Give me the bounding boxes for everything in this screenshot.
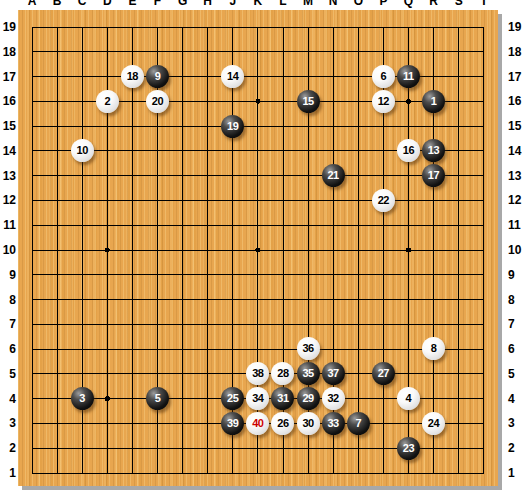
- intersection-T12[interactable]: [471, 188, 496, 213]
- intersection-C5[interactable]: [70, 361, 95, 386]
- intersection-T5[interactable]: [471, 361, 496, 386]
- intersection-T9[interactable]: [471, 262, 496, 287]
- intersection-L8[interactable]: [270, 287, 295, 312]
- intersection-N18[interactable]: [321, 39, 346, 64]
- intersection-F19[interactable]: [145, 15, 170, 40]
- intersection-K8[interactable]: [245, 287, 270, 312]
- intersection-O15[interactable]: [346, 114, 371, 139]
- intersection-Q7[interactable]: [396, 312, 421, 337]
- intersection-E14[interactable]: [120, 138, 145, 163]
- intersection-H17[interactable]: [195, 64, 220, 89]
- intersection-K3[interactable]: 40: [245, 411, 270, 436]
- intersection-B4[interactable]: [45, 386, 70, 411]
- intersection-B8[interactable]: [45, 287, 70, 312]
- intersection-A6[interactable]: [19, 337, 44, 362]
- intersection-G2[interactable]: [170, 436, 195, 461]
- intersection-N3[interactable]: 33: [321, 411, 346, 436]
- intersection-N10[interactable]: [321, 238, 346, 263]
- intersection-G5[interactable]: [170, 361, 195, 386]
- intersection-S6[interactable]: [446, 337, 471, 362]
- intersection-S1[interactable]: [446, 460, 471, 485]
- intersection-Q4[interactable]: 4: [396, 386, 421, 411]
- intersection-E16[interactable]: [120, 89, 145, 114]
- intersection-A7[interactable]: [19, 312, 44, 337]
- intersection-N8[interactable]: [321, 287, 346, 312]
- intersection-H9[interactable]: [195, 262, 220, 287]
- intersection-P6[interactable]: [371, 337, 396, 362]
- intersection-J5[interactable]: [220, 361, 245, 386]
- intersection-D6[interactable]: [95, 337, 120, 362]
- intersection-F10[interactable]: [145, 238, 170, 263]
- intersection-F6[interactable]: [145, 337, 170, 362]
- intersection-A10[interactable]: [19, 238, 44, 263]
- intersection-H6[interactable]: [195, 337, 220, 362]
- intersection-H15[interactable]: [195, 114, 220, 139]
- intersection-G15[interactable]: [170, 114, 195, 139]
- intersection-R1[interactable]: [421, 460, 446, 485]
- intersection-A14[interactable]: [19, 138, 44, 163]
- intersection-S4[interactable]: [446, 386, 471, 411]
- intersection-O16[interactable]: [346, 89, 371, 114]
- intersection-D18[interactable]: [95, 39, 120, 64]
- intersection-G11[interactable]: [170, 213, 195, 238]
- intersection-D10[interactable]: [95, 238, 120, 263]
- intersection-K18[interactable]: [245, 39, 270, 64]
- intersection-K16[interactable]: [245, 89, 270, 114]
- intersection-D14[interactable]: [95, 138, 120, 163]
- intersection-B1[interactable]: [45, 460, 70, 485]
- intersection-D4[interactable]: [95, 386, 120, 411]
- intersection-Q16[interactable]: [396, 89, 421, 114]
- intersection-T19[interactable]: [471, 15, 496, 40]
- intersection-Q19[interactable]: [396, 15, 421, 40]
- intersection-A12[interactable]: [19, 188, 44, 213]
- intersection-F8[interactable]: [145, 287, 170, 312]
- intersection-C18[interactable]: [70, 39, 95, 64]
- intersection-C1[interactable]: [70, 460, 95, 485]
- intersection-H18[interactable]: [195, 39, 220, 64]
- intersection-G10[interactable]: [170, 238, 195, 263]
- intersection-A11[interactable]: [19, 213, 44, 238]
- intersection-S17[interactable]: [446, 64, 471, 89]
- intersection-K14[interactable]: [245, 138, 270, 163]
- intersection-E19[interactable]: [120, 15, 145, 40]
- intersection-B7[interactable]: [45, 312, 70, 337]
- intersection-M18[interactable]: [295, 39, 320, 64]
- intersection-P1[interactable]: [371, 460, 396, 485]
- intersection-L5[interactable]: 28: [270, 361, 295, 386]
- intersection-H12[interactable]: [195, 188, 220, 213]
- intersection-C8[interactable]: [70, 287, 95, 312]
- intersection-P5[interactable]: 27: [371, 361, 396, 386]
- intersection-Q2[interactable]: 23: [396, 436, 421, 461]
- intersection-R3[interactable]: 24: [421, 411, 446, 436]
- intersection-L10[interactable]: [270, 238, 295, 263]
- intersection-P16[interactable]: 12: [371, 89, 396, 114]
- intersection-M11[interactable]: [295, 213, 320, 238]
- intersection-A3[interactable]: [19, 411, 44, 436]
- intersection-S2[interactable]: [446, 436, 471, 461]
- intersection-L17[interactable]: [270, 64, 295, 89]
- intersection-M1[interactable]: [295, 460, 320, 485]
- intersection-B9[interactable]: [45, 262, 70, 287]
- intersection-P19[interactable]: [371, 15, 396, 40]
- intersection-H5[interactable]: [195, 361, 220, 386]
- intersection-J18[interactable]: [220, 39, 245, 64]
- intersection-T10[interactable]: [471, 238, 496, 263]
- intersection-E4[interactable]: [120, 386, 145, 411]
- intersection-A5[interactable]: [19, 361, 44, 386]
- intersection-N7[interactable]: [321, 312, 346, 337]
- intersection-O19[interactable]: [346, 15, 371, 40]
- intersection-M15[interactable]: [295, 114, 320, 139]
- intersection-S18[interactable]: [446, 39, 471, 64]
- intersection-J15[interactable]: 19: [220, 114, 245, 139]
- intersection-Q5[interactable]: [396, 361, 421, 386]
- intersection-B2[interactable]: [45, 436, 70, 461]
- intersection-T13[interactable]: [471, 163, 496, 188]
- intersection-T11[interactable]: [471, 213, 496, 238]
- intersection-G16[interactable]: [170, 89, 195, 114]
- intersection-P12[interactable]: 22: [371, 188, 396, 213]
- intersection-H4[interactable]: [195, 386, 220, 411]
- intersection-K15[interactable]: [245, 114, 270, 139]
- intersection-J12[interactable]: [220, 188, 245, 213]
- intersection-N9[interactable]: [321, 262, 346, 287]
- intersection-G3[interactable]: [170, 411, 195, 436]
- intersection-G4[interactable]: [170, 386, 195, 411]
- intersection-A18[interactable]: [19, 39, 44, 64]
- intersection-R7[interactable]: [421, 312, 446, 337]
- intersection-M10[interactable]: [295, 238, 320, 263]
- intersection-J13[interactable]: [220, 163, 245, 188]
- intersection-N16[interactable]: [321, 89, 346, 114]
- intersection-O3[interactable]: 7: [346, 411, 371, 436]
- intersection-H2[interactable]: [195, 436, 220, 461]
- intersection-O8[interactable]: [346, 287, 371, 312]
- intersection-K13[interactable]: [245, 163, 270, 188]
- intersection-A17[interactable]: [19, 64, 44, 89]
- intersection-T16[interactable]: [471, 89, 496, 114]
- intersection-Q3[interactable]: [396, 411, 421, 436]
- intersection-Q12[interactable]: [396, 188, 421, 213]
- intersection-R17[interactable]: [421, 64, 446, 89]
- intersection-B14[interactable]: [45, 138, 70, 163]
- intersection-H14[interactable]: [195, 138, 220, 163]
- intersection-B17[interactable]: [45, 64, 70, 89]
- intersection-L6[interactable]: [270, 337, 295, 362]
- intersection-T17[interactable]: [471, 64, 496, 89]
- intersection-H3[interactable]: [195, 411, 220, 436]
- intersection-L3[interactable]: 26: [270, 411, 295, 436]
- intersection-R13[interactable]: 17: [421, 163, 446, 188]
- intersection-C10[interactable]: [70, 238, 95, 263]
- intersection-B6[interactable]: [45, 337, 70, 362]
- intersection-R6[interactable]: 8: [421, 337, 446, 362]
- intersection-M19[interactable]: [295, 15, 320, 40]
- intersection-B11[interactable]: [45, 213, 70, 238]
- intersection-T6[interactable]: [471, 337, 496, 362]
- intersection-C13[interactable]: [70, 163, 95, 188]
- intersection-O17[interactable]: [346, 64, 371, 89]
- intersection-D9[interactable]: [95, 262, 120, 287]
- intersection-M8[interactable]: [295, 287, 320, 312]
- intersection-Q15[interactable]: [396, 114, 421, 139]
- intersection-E12[interactable]: [120, 188, 145, 213]
- intersection-N15[interactable]: [321, 114, 346, 139]
- intersection-C17[interactable]: [70, 64, 95, 89]
- intersection-M2[interactable]: [295, 436, 320, 461]
- intersection-D19[interactable]: [95, 15, 120, 40]
- intersection-S8[interactable]: [446, 287, 471, 312]
- intersection-D13[interactable]: [95, 163, 120, 188]
- intersection-M14[interactable]: [295, 138, 320, 163]
- intersection-H1[interactable]: [195, 460, 220, 485]
- intersection-P2[interactable]: [371, 436, 396, 461]
- intersection-O9[interactable]: [346, 262, 371, 287]
- intersection-L14[interactable]: [270, 138, 295, 163]
- intersection-K17[interactable]: [245, 64, 270, 89]
- intersection-J19[interactable]: [220, 15, 245, 40]
- intersection-R9[interactable]: [421, 262, 446, 287]
- intersection-K10[interactable]: [245, 238, 270, 263]
- intersection-N13[interactable]: 21: [321, 163, 346, 188]
- intersection-B13[interactable]: [45, 163, 70, 188]
- intersection-J1[interactable]: [220, 460, 245, 485]
- intersection-P10[interactable]: [371, 238, 396, 263]
- intersection-R4[interactable]: [421, 386, 446, 411]
- intersection-E1[interactable]: [120, 460, 145, 485]
- intersection-E17[interactable]: 18: [120, 64, 145, 89]
- intersection-S10[interactable]: [446, 238, 471, 263]
- intersection-C2[interactable]: [70, 436, 95, 461]
- intersection-O10[interactable]: [346, 238, 371, 263]
- intersection-R19[interactable]: [421, 15, 446, 40]
- intersection-F16[interactable]: 20: [145, 89, 170, 114]
- intersection-S5[interactable]: [446, 361, 471, 386]
- intersection-J11[interactable]: [220, 213, 245, 238]
- intersection-G12[interactable]: [170, 188, 195, 213]
- intersection-F11[interactable]: [145, 213, 170, 238]
- intersection-C4[interactable]: 3: [70, 386, 95, 411]
- intersection-T18[interactable]: [471, 39, 496, 64]
- intersection-C9[interactable]: [70, 262, 95, 287]
- intersection-R16[interactable]: 1: [421, 89, 446, 114]
- intersection-F1[interactable]: [145, 460, 170, 485]
- intersection-K11[interactable]: [245, 213, 270, 238]
- intersection-D5[interactable]: [95, 361, 120, 386]
- intersection-T3[interactable]: [471, 411, 496, 436]
- intersection-D7[interactable]: [95, 312, 120, 337]
- intersection-L2[interactable]: [270, 436, 295, 461]
- intersection-Q13[interactable]: [396, 163, 421, 188]
- intersection-A1[interactable]: [19, 460, 44, 485]
- intersection-D11[interactable]: [95, 213, 120, 238]
- intersection-L4[interactable]: 31: [270, 386, 295, 411]
- intersection-J16[interactable]: [220, 89, 245, 114]
- intersection-S13[interactable]: [446, 163, 471, 188]
- intersection-F15[interactable]: [145, 114, 170, 139]
- intersection-M3[interactable]: 30: [295, 411, 320, 436]
- intersection-R10[interactable]: [421, 238, 446, 263]
- intersection-O5[interactable]: [346, 361, 371, 386]
- intersection-R15[interactable]: [421, 114, 446, 139]
- intersection-N1[interactable]: [321, 460, 346, 485]
- intersection-G19[interactable]: [170, 15, 195, 40]
- intersection-Q10[interactable]: [396, 238, 421, 263]
- intersection-E10[interactable]: [120, 238, 145, 263]
- intersection-S11[interactable]: [446, 213, 471, 238]
- intersection-P18[interactable]: [371, 39, 396, 64]
- intersection-B16[interactable]: [45, 89, 70, 114]
- intersection-D17[interactable]: [95, 64, 120, 89]
- intersection-C19[interactable]: [70, 15, 95, 40]
- intersection-Q9[interactable]: [396, 262, 421, 287]
- intersection-D2[interactable]: [95, 436, 120, 461]
- intersection-P13[interactable]: [371, 163, 396, 188]
- intersection-H7[interactable]: [195, 312, 220, 337]
- intersection-E11[interactable]: [120, 213, 145, 238]
- intersection-E5[interactable]: [120, 361, 145, 386]
- intersection-C14[interactable]: 10: [70, 138, 95, 163]
- intersection-L18[interactable]: [270, 39, 295, 64]
- intersection-N2[interactable]: [321, 436, 346, 461]
- intersection-L9[interactable]: [270, 262, 295, 287]
- intersection-P4[interactable]: [371, 386, 396, 411]
- intersection-B19[interactable]: [45, 15, 70, 40]
- intersection-S3[interactable]: [446, 411, 471, 436]
- intersection-P17[interactable]: 6: [371, 64, 396, 89]
- intersection-M5[interactable]: 35: [295, 361, 320, 386]
- intersection-L12[interactable]: [270, 188, 295, 213]
- intersection-D3[interactable]: [95, 411, 120, 436]
- intersection-O1[interactable]: [346, 460, 371, 485]
- intersection-L16[interactable]: [270, 89, 295, 114]
- intersection-A4[interactable]: [19, 386, 44, 411]
- intersection-R5[interactable]: [421, 361, 446, 386]
- intersection-J6[interactable]: [220, 337, 245, 362]
- intersection-M9[interactable]: [295, 262, 320, 287]
- intersection-K12[interactable]: [245, 188, 270, 213]
- intersection-D8[interactable]: [95, 287, 120, 312]
- intersection-E15[interactable]: [120, 114, 145, 139]
- intersection-A2[interactable]: [19, 436, 44, 461]
- intersection-N5[interactable]: 37: [321, 361, 346, 386]
- intersection-O6[interactable]: [346, 337, 371, 362]
- intersection-G1[interactable]: [170, 460, 195, 485]
- intersection-L13[interactable]: [270, 163, 295, 188]
- intersection-N11[interactable]: [321, 213, 346, 238]
- intersection-F13[interactable]: [145, 163, 170, 188]
- intersection-D16[interactable]: 2: [95, 89, 120, 114]
- intersection-Q8[interactable]: [396, 287, 421, 312]
- intersection-M17[interactable]: [295, 64, 320, 89]
- intersection-Q6[interactable]: [396, 337, 421, 362]
- intersection-H13[interactable]: [195, 163, 220, 188]
- intersection-S15[interactable]: [446, 114, 471, 139]
- intersection-R2[interactable]: [421, 436, 446, 461]
- intersection-E9[interactable]: [120, 262, 145, 287]
- intersection-K2[interactable]: [245, 436, 270, 461]
- intersection-P3[interactable]: [371, 411, 396, 436]
- intersection-H10[interactable]: [195, 238, 220, 263]
- intersection-K7[interactable]: [245, 312, 270, 337]
- intersection-G13[interactable]: [170, 163, 195, 188]
- intersection-F9[interactable]: [145, 262, 170, 287]
- intersection-H19[interactable]: [195, 15, 220, 40]
- intersection-R18[interactable]: [421, 39, 446, 64]
- intersection-S14[interactable]: [446, 138, 471, 163]
- intersection-E3[interactable]: [120, 411, 145, 436]
- intersection-J9[interactable]: [220, 262, 245, 287]
- intersection-O7[interactable]: [346, 312, 371, 337]
- intersection-P11[interactable]: [371, 213, 396, 238]
- intersection-S19[interactable]: [446, 15, 471, 40]
- intersection-B5[interactable]: [45, 361, 70, 386]
- intersection-T2[interactable]: [471, 436, 496, 461]
- intersection-T15[interactable]: [471, 114, 496, 139]
- intersection-J2[interactable]: [220, 436, 245, 461]
- intersection-J3[interactable]: 39: [220, 411, 245, 436]
- intersection-O4[interactable]: [346, 386, 371, 411]
- intersection-F4[interactable]: 5: [145, 386, 170, 411]
- intersection-E18[interactable]: [120, 39, 145, 64]
- intersection-O11[interactable]: [346, 213, 371, 238]
- intersection-A19[interactable]: [19, 15, 44, 40]
- intersection-K4[interactable]: 34: [245, 386, 270, 411]
- intersection-C11[interactable]: [70, 213, 95, 238]
- intersection-E13[interactable]: [120, 163, 145, 188]
- intersection-N19[interactable]: [321, 15, 346, 40]
- intersection-S7[interactable]: [446, 312, 471, 337]
- intersection-M13[interactable]: [295, 163, 320, 188]
- intersection-G8[interactable]: [170, 287, 195, 312]
- intersection-J7[interactable]: [220, 312, 245, 337]
- intersection-M12[interactable]: [295, 188, 320, 213]
- intersection-S16[interactable]: [446, 89, 471, 114]
- intersection-A13[interactable]: [19, 163, 44, 188]
- intersection-K1[interactable]: [245, 460, 270, 485]
- intersection-R11[interactable]: [421, 213, 446, 238]
- intersection-G17[interactable]: [170, 64, 195, 89]
- intersection-Q17[interactable]: 11: [396, 64, 421, 89]
- intersection-L7[interactable]: [270, 312, 295, 337]
- intersection-Q1[interactable]: [396, 460, 421, 485]
- intersection-M7[interactable]: [295, 312, 320, 337]
- intersection-C12[interactable]: [70, 188, 95, 213]
- intersection-C6[interactable]: [70, 337, 95, 362]
- intersection-B10[interactable]: [45, 238, 70, 263]
- intersection-C3[interactable]: [70, 411, 95, 436]
- intersection-O12[interactable]: [346, 188, 371, 213]
- intersection-P15[interactable]: [371, 114, 396, 139]
- intersection-O14[interactable]: [346, 138, 371, 163]
- intersection-Q14[interactable]: 16: [396, 138, 421, 163]
- intersection-S12[interactable]: [446, 188, 471, 213]
- intersection-G9[interactable]: [170, 262, 195, 287]
- intersection-E2[interactable]: [120, 436, 145, 461]
- intersection-B3[interactable]: [45, 411, 70, 436]
- intersection-L11[interactable]: [270, 213, 295, 238]
- intersection-B12[interactable]: [45, 188, 70, 213]
- intersection-C15[interactable]: [70, 114, 95, 139]
- intersection-T7[interactable]: [471, 312, 496, 337]
- intersection-G7[interactable]: [170, 312, 195, 337]
- intersection-J17[interactable]: 14: [220, 64, 245, 89]
- intersection-L15[interactable]: [270, 114, 295, 139]
- intersection-O13[interactable]: [346, 163, 371, 188]
- intersection-F14[interactable]: [145, 138, 170, 163]
